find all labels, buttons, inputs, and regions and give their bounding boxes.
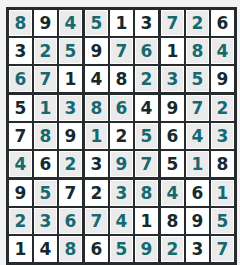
cell-r7c8-solved[interactable]: 6 (186, 180, 209, 206)
box-9: 461895237 (161, 180, 234, 262)
cell-r1c8-given[interactable]: 2 (186, 10, 209, 36)
cell-r1c9-solved[interactable]: 6 (211, 10, 234, 36)
cell-r4c9-given[interactable]: 2 (211, 95, 234, 121)
cell-r3c8-given[interactable]: 5 (186, 66, 209, 92)
cell-r4c2-given[interactable]: 1 (34, 95, 57, 121)
cell-r8c1-given[interactable]: 2 (9, 208, 32, 234)
cell-r5c1-solved[interactable]: 7 (9, 123, 32, 149)
cell-r8c2-given[interactable]: 3 (34, 208, 57, 234)
cell-r5c2-given[interactable]: 8 (34, 123, 57, 149)
cell-r7c3-solved[interactable]: 7 (59, 180, 82, 206)
cell-r1c2-solved[interactable]: 9 (34, 10, 57, 36)
cell-r6c6-given[interactable]: 7 (135, 151, 158, 177)
cell-r5c5-solved[interactable]: 2 (110, 123, 133, 149)
cell-r8c9-given[interactable]: 5 (211, 208, 234, 234)
cell-r7c9-given[interactable]: 1 (211, 180, 234, 206)
cell-r9c7-given[interactable]: 2 (161, 236, 184, 262)
cell-r5c3-solved[interactable]: 9 (59, 123, 82, 149)
cell-r8c8-solved[interactable]: 9 (186, 208, 209, 234)
cell-r4c8-given[interactable]: 7 (186, 95, 209, 121)
cell-r4c6-solved[interactable]: 4 (135, 95, 158, 121)
cell-r4c3-given[interactable]: 3 (59, 95, 82, 121)
cell-r9c4-solved[interactable]: 6 (85, 236, 108, 262)
cell-r4c7-solved[interactable]: 9 (161, 95, 184, 121)
box-3: 726184359 (161, 10, 234, 92)
sudoku-board: 8943256715139764827261843595137894628641… (6, 7, 237, 265)
cell-r3c7-given[interactable]: 3 (161, 66, 184, 92)
cell-r2c7-solved[interactable]: 1 (161, 38, 184, 64)
box-7: 957236148 (9, 180, 82, 262)
box-5: 864125397 (85, 95, 158, 177)
cell-r6c3-given[interactable]: 2 (59, 151, 82, 177)
box-2: 513976482 (85, 10, 158, 92)
cell-r9c5-given[interactable]: 5 (110, 236, 133, 262)
cell-r2c1-solved[interactable]: 3 (9, 38, 32, 64)
box-4: 513789462 (9, 95, 82, 177)
cell-r9c1-solved[interactable]: 1 (9, 236, 32, 262)
cell-r6c4-solved[interactable]: 3 (85, 151, 108, 177)
cell-r2c9-given[interactable]: 4 (211, 38, 234, 64)
box-8: 238741659 (85, 180, 158, 262)
cell-r3c4-solved[interactable]: 4 (85, 66, 108, 92)
cell-r6c8-given[interactable]: 1 (186, 151, 209, 177)
cell-r9c9-given[interactable]: 7 (211, 236, 234, 262)
cell-r8c4-given[interactable]: 7 (85, 208, 108, 234)
cell-r8c5-given[interactable]: 4 (110, 208, 133, 234)
cell-r6c1-given[interactable]: 4 (9, 151, 32, 177)
cell-r1c6-solved[interactable]: 3 (135, 10, 158, 36)
cell-r2c6-given[interactable]: 6 (135, 38, 158, 64)
cell-r1c1-given[interactable]: 8 (9, 10, 32, 36)
cell-r3c3-solved[interactable]: 1 (59, 66, 82, 92)
cell-r3c9-solved[interactable]: 9 (211, 66, 234, 92)
cell-r7c1-solved[interactable]: 9 (9, 180, 32, 206)
cell-r6c2-solved[interactable]: 6 (34, 151, 57, 177)
cell-r4c4-given[interactable]: 8 (85, 95, 108, 121)
cell-r1c4-given[interactable]: 5 (85, 10, 108, 36)
cell-r3c6-given[interactable]: 2 (135, 66, 158, 92)
cell-r5c8-given[interactable]: 4 (186, 123, 209, 149)
cell-r3c1-given[interactable]: 6 (9, 66, 32, 92)
cell-r6c9-solved[interactable]: 8 (211, 151, 234, 177)
cell-r7c2-given[interactable]: 5 (34, 180, 57, 206)
cell-r9c8-solved[interactable]: 3 (186, 236, 209, 262)
cell-r1c5-solved[interactable]: 1 (110, 10, 133, 36)
cell-r7c7-given[interactable]: 4 (161, 180, 184, 206)
cell-r5c9-given[interactable]: 3 (211, 123, 234, 149)
cell-r1c3-given[interactable]: 4 (59, 10, 82, 36)
box-1: 894325671 (9, 10, 82, 92)
cell-r8c6-solved[interactable]: 1 (135, 208, 158, 234)
cell-r2c8-given[interactable]: 8 (186, 38, 209, 64)
cell-r5c6-given[interactable]: 5 (135, 123, 158, 149)
cell-r2c2-given[interactable]: 2 (34, 38, 57, 64)
cell-r3c5-solved[interactable]: 8 (110, 66, 133, 92)
cell-r7c6-given[interactable]: 8 (135, 180, 158, 206)
cell-r3c2-given[interactable]: 7 (34, 66, 57, 92)
cell-r7c5-given[interactable]: 3 (110, 180, 133, 206)
cell-r1c7-given[interactable]: 7 (161, 10, 184, 36)
cell-r7c4-solved[interactable]: 2 (85, 180, 108, 206)
cell-r4c1-solved[interactable]: 5 (9, 95, 32, 121)
cell-r9c3-given[interactable]: 8 (59, 236, 82, 262)
box-6: 972643518 (161, 95, 234, 177)
cell-r8c3-given[interactable]: 6 (59, 208, 82, 234)
cell-r2c4-solved[interactable]: 9 (85, 38, 108, 64)
cell-r4c5-given[interactable]: 6 (110, 95, 133, 121)
cell-r8c7-solved[interactable]: 8 (161, 208, 184, 234)
cell-r2c3-given[interactable]: 5 (59, 38, 82, 64)
cell-r6c7-solved[interactable]: 5 (161, 151, 184, 177)
cell-r2c5-given[interactable]: 7 (110, 38, 133, 64)
cell-r6c5-given[interactable]: 9 (110, 151, 133, 177)
cell-r5c7-solved[interactable]: 6 (161, 123, 184, 149)
cell-r9c6-given[interactable]: 9 (135, 236, 158, 262)
cell-r9c2-solved[interactable]: 4 (34, 236, 57, 262)
cell-r5c4-given[interactable]: 1 (85, 123, 108, 149)
